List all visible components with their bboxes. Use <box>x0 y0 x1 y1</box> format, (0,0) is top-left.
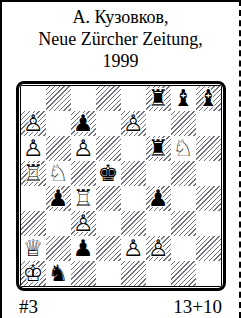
square-h6 <box>196 136 221 161</box>
square-f3 <box>146 211 171 236</box>
piece-black-rook: ♜ <box>148 136 169 161</box>
piece-white-knight: ♘ <box>173 136 194 161</box>
square-b6 <box>46 136 71 161</box>
square-b3 <box>46 211 71 236</box>
square-c7: ♟ <box>71 111 96 136</box>
square-c2: ♟ <box>71 236 96 261</box>
square-h3 <box>196 211 221 236</box>
piece-black-bishop: ♝ <box>173 86 194 111</box>
square-f8: ♜ <box>146 86 171 111</box>
square-b7 <box>46 111 71 136</box>
square-f5 <box>146 161 171 186</box>
square-e5 <box>121 161 146 186</box>
square-a6: ♙ <box>21 136 46 161</box>
piece-white-rook: ♖ <box>23 161 44 186</box>
square-b8 <box>46 86 71 111</box>
square-h1 <box>196 261 221 286</box>
square-c1 <box>71 261 96 286</box>
square-h7 <box>196 111 221 136</box>
year-line: 1999 <box>2 50 239 72</box>
chess-board-inner-frame: ♜♝♝♙♟♙♙♙♜♘♖♘♚♟♖♟♙♕♟♙♙♔♞ <box>20 85 222 287</box>
square-h5 <box>196 161 221 186</box>
square-d8 <box>96 86 121 111</box>
square-d3 <box>96 211 121 236</box>
square-g7 <box>171 111 196 136</box>
problem-card: А. Кузовков, Neue Zürcher Zeitung, 1999 … <box>0 0 241 318</box>
piece-white-pawn: ♙ <box>148 236 169 261</box>
square-g1 <box>171 261 196 286</box>
piece-black-pawn: ♟ <box>48 186 69 211</box>
square-a5: ♖ <box>21 161 46 186</box>
square-a3 <box>21 211 46 236</box>
piece-black-pawn: ♟ <box>73 236 94 261</box>
piece-white-pawn: ♙ <box>123 111 144 136</box>
chess-board-frame: ♜♝♝♙♟♙♙♙♜♘♖♘♚♟♖♟♙♕♟♙♙♔♞ <box>16 81 226 291</box>
square-c8 <box>71 86 96 111</box>
square-e3 <box>121 211 146 236</box>
square-a1: ♔ <box>21 261 46 286</box>
square-c4: ♖ <box>71 186 96 211</box>
author-line: А. Кузовков, <box>2 6 239 28</box>
piece-white-pawn: ♙ <box>73 136 94 161</box>
square-e8 <box>121 86 146 111</box>
square-f6: ♜ <box>146 136 171 161</box>
piece-black-rook: ♜ <box>148 86 169 111</box>
piece-white-knight: ♘ <box>48 161 69 186</box>
square-e7: ♙ <box>121 111 146 136</box>
square-b4: ♟ <box>46 186 71 211</box>
stipulation-label: #3 <box>19 296 38 318</box>
piece-black-pawn: ♟ <box>148 186 169 211</box>
piece-white-rook: ♖ <box>73 186 94 211</box>
piece-black-pawn: ♟ <box>73 111 94 136</box>
square-b1: ♞ <box>46 261 71 286</box>
square-d7 <box>96 111 121 136</box>
square-a2: ♕ <box>21 236 46 261</box>
square-g2 <box>171 236 196 261</box>
square-c5 <box>71 161 96 186</box>
square-g3 <box>171 211 196 236</box>
square-f7 <box>146 111 171 136</box>
square-b5: ♘ <box>46 161 71 186</box>
square-d6 <box>96 136 121 161</box>
piece-black-king: ♚ <box>98 161 119 186</box>
piece-white-pawn: ♙ <box>123 236 144 261</box>
square-f1 <box>146 261 171 286</box>
material-count-label: 13+10 <box>173 296 222 318</box>
square-e1 <box>121 261 146 286</box>
square-h8: ♝ <box>196 86 221 111</box>
square-a8 <box>21 86 46 111</box>
square-g6: ♘ <box>171 136 196 161</box>
source-line: Neue Zürcher Zeitung, <box>2 28 239 50</box>
problem-caption: #3 13+10 <box>19 296 222 318</box>
piece-white-king: ♔ <box>23 261 44 286</box>
piece-black-bishop: ♝ <box>198 86 219 111</box>
square-e6 <box>121 136 146 161</box>
piece-black-knight: ♞ <box>48 261 69 286</box>
piece-white-pawn: ♙ <box>23 136 44 161</box>
square-g5 <box>171 161 196 186</box>
square-g8: ♝ <box>171 86 196 111</box>
square-d1 <box>96 261 121 286</box>
square-h2 <box>196 236 221 261</box>
square-g4 <box>171 186 196 211</box>
square-h4 <box>196 186 221 211</box>
chess-board: ♜♝♝♙♟♙♙♙♜♘♖♘♚♟♖♟♙♕♟♙♙♔♞ <box>21 86 221 286</box>
square-d4 <box>96 186 121 211</box>
square-d2 <box>96 236 121 261</box>
square-e4 <box>121 186 146 211</box>
problem-header: А. Кузовков, Neue Zürcher Zeitung, 1999 <box>2 6 239 72</box>
piece-white-queen: ♕ <box>23 236 44 261</box>
square-b2 <box>46 236 71 261</box>
square-a4 <box>21 186 46 211</box>
square-e2: ♙ <box>121 236 146 261</box>
piece-white-pawn: ♙ <box>23 111 44 136</box>
square-f4: ♟ <box>146 186 171 211</box>
square-c3: ♙ <box>71 211 96 236</box>
piece-white-pawn: ♙ <box>73 211 94 236</box>
square-f2: ♙ <box>146 236 171 261</box>
square-d5: ♚ <box>96 161 121 186</box>
square-a7: ♙ <box>21 111 46 136</box>
square-c6: ♙ <box>71 136 96 161</box>
